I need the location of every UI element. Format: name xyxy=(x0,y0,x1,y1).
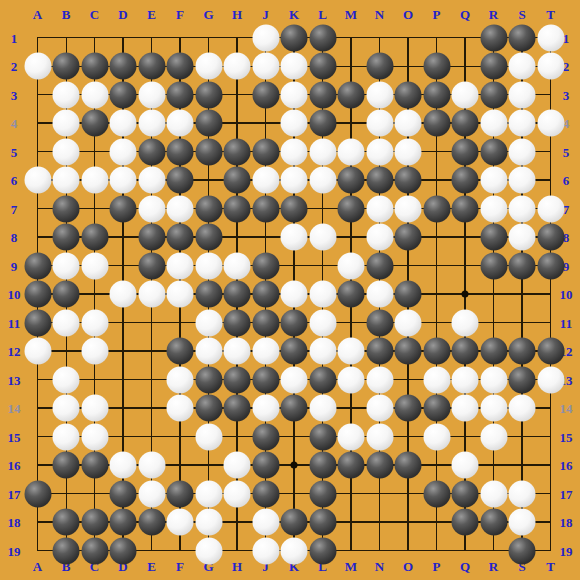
black-stone-R5 xyxy=(480,138,507,165)
white-stone-R15 xyxy=(480,423,507,450)
black-stone-L16 xyxy=(309,452,336,479)
black-stone-J16 xyxy=(252,452,279,479)
col-label-bottom-R: R xyxy=(489,560,498,573)
row-label-left-3: 3 xyxy=(11,88,18,101)
col-label-bottom-M: M xyxy=(345,560,357,573)
white-stone-F18 xyxy=(167,509,194,536)
white-stone-S6 xyxy=(509,167,536,194)
white-stone-H2 xyxy=(224,53,251,80)
white-stone-T2 xyxy=(537,53,564,80)
white-stone-F4 xyxy=(167,110,194,137)
white-stone-A6 xyxy=(24,167,51,194)
black-stone-A11 xyxy=(24,309,51,336)
white-stone-K2 xyxy=(281,53,308,80)
white-stone-O7 xyxy=(395,195,422,222)
white-stone-J18 xyxy=(252,509,279,536)
white-stone-R13 xyxy=(480,366,507,393)
black-stone-B7 xyxy=(53,195,80,222)
black-stone-M6 xyxy=(338,167,365,194)
white-stone-N7 xyxy=(366,195,393,222)
black-stone-B19 xyxy=(53,537,80,564)
white-stone-D4 xyxy=(110,110,137,137)
black-stone-R9 xyxy=(480,252,507,279)
black-stone-L19 xyxy=(309,537,336,564)
white-stone-M5 xyxy=(338,138,365,165)
black-stone-F8 xyxy=(167,224,194,251)
white-stone-N8 xyxy=(366,224,393,251)
row-label-right-17: 17 xyxy=(560,487,573,500)
white-stone-Q16 xyxy=(452,452,479,479)
row-label-right-5: 5 xyxy=(563,145,570,158)
row-label-right-14: 14 xyxy=(560,402,573,415)
black-stone-B18 xyxy=(53,509,80,536)
black-stone-S19 xyxy=(509,537,536,564)
white-stone-D10 xyxy=(110,281,137,308)
col-label-bottom-O: O xyxy=(403,560,413,573)
black-stone-G3 xyxy=(195,81,222,108)
black-stone-H5 xyxy=(224,138,251,165)
white-stone-S14 xyxy=(509,395,536,422)
white-stone-R17 xyxy=(480,480,507,507)
col-label-top-O: O xyxy=(403,8,413,21)
black-stone-H10 xyxy=(224,281,251,308)
white-stone-M15 xyxy=(338,423,365,450)
star-point xyxy=(462,291,469,298)
row-label-right-16: 16 xyxy=(560,459,573,472)
white-stone-D5 xyxy=(110,138,137,165)
white-stone-S3 xyxy=(509,81,536,108)
black-stone-E5 xyxy=(138,138,165,165)
col-label-bottom-P: P xyxy=(433,560,441,573)
white-stone-L8 xyxy=(309,224,336,251)
white-stone-E3 xyxy=(138,81,165,108)
black-stone-J11 xyxy=(252,309,279,336)
col-label-bottom-Q: Q xyxy=(460,560,470,573)
white-stone-B3 xyxy=(53,81,80,108)
col-label-top-M: M xyxy=(345,8,357,21)
black-stone-M7 xyxy=(338,195,365,222)
white-stone-L12 xyxy=(309,338,336,365)
col-label-top-E: E xyxy=(147,8,156,21)
col-label-top-J: J xyxy=(262,8,269,21)
white-stone-F9 xyxy=(167,252,194,279)
white-stone-N4 xyxy=(366,110,393,137)
row-label-right-3: 3 xyxy=(563,88,570,101)
black-stone-B2 xyxy=(53,53,80,80)
black-stone-D19 xyxy=(110,537,137,564)
white-stone-K19 xyxy=(281,537,308,564)
black-stone-T8 xyxy=(537,224,564,251)
black-stone-O3 xyxy=(395,81,422,108)
white-stone-G11 xyxy=(195,309,222,336)
black-stone-N2 xyxy=(366,53,393,80)
col-label-top-T: T xyxy=(546,8,555,21)
black-stone-E8 xyxy=(138,224,165,251)
white-stone-N3 xyxy=(366,81,393,108)
white-stone-L6 xyxy=(309,167,336,194)
black-stone-B8 xyxy=(53,224,80,251)
white-stone-G15 xyxy=(195,423,222,450)
white-stone-A2 xyxy=(24,53,51,80)
black-stone-J7 xyxy=(252,195,279,222)
white-stone-C11 xyxy=(81,309,108,336)
black-stone-K14 xyxy=(281,395,308,422)
row-label-left-6: 6 xyxy=(11,174,18,187)
black-stone-B10 xyxy=(53,281,80,308)
row-label-left-4: 4 xyxy=(11,117,18,130)
white-stone-N5 xyxy=(366,138,393,165)
white-stone-J12 xyxy=(252,338,279,365)
black-stone-L13 xyxy=(309,366,336,393)
white-stone-S4 xyxy=(509,110,536,137)
black-stone-L18 xyxy=(309,509,336,536)
black-stone-O12 xyxy=(395,338,422,365)
black-stone-H7 xyxy=(224,195,251,222)
white-stone-K4 xyxy=(281,110,308,137)
white-stone-S18 xyxy=(509,509,536,536)
col-label-top-P: P xyxy=(433,8,441,21)
white-stone-H9 xyxy=(224,252,251,279)
white-stone-N10 xyxy=(366,281,393,308)
white-stone-T7 xyxy=(537,195,564,222)
black-stone-C16 xyxy=(81,452,108,479)
white-stone-K10 xyxy=(281,281,308,308)
black-stone-H14 xyxy=(224,395,251,422)
white-stone-E10 xyxy=(138,281,165,308)
row-label-left-13: 13 xyxy=(8,373,21,386)
black-stone-O6 xyxy=(395,167,422,194)
black-stone-G8 xyxy=(195,224,222,251)
col-label-top-R: R xyxy=(489,8,498,21)
black-stone-Q12 xyxy=(452,338,479,365)
black-stone-F12 xyxy=(167,338,194,365)
white-stone-R7 xyxy=(480,195,507,222)
black-stone-R12 xyxy=(480,338,507,365)
black-stone-F2 xyxy=(167,53,194,80)
white-stone-A12 xyxy=(24,338,51,365)
black-stone-L1 xyxy=(309,24,336,51)
white-stone-B9 xyxy=(53,252,80,279)
col-label-top-H: H xyxy=(232,8,242,21)
white-stone-S2 xyxy=(509,53,536,80)
black-stone-G5 xyxy=(195,138,222,165)
row-label-right-6: 6 xyxy=(563,174,570,187)
row-label-right-19: 19 xyxy=(560,544,573,557)
white-stone-G18 xyxy=(195,509,222,536)
black-stone-R18 xyxy=(480,509,507,536)
col-label-top-N: N xyxy=(375,8,384,21)
white-stone-T4 xyxy=(537,110,564,137)
white-stone-K3 xyxy=(281,81,308,108)
black-stone-J5 xyxy=(252,138,279,165)
white-stone-J6 xyxy=(252,167,279,194)
black-stone-J3 xyxy=(252,81,279,108)
col-label-bottom-F: F xyxy=(176,560,184,573)
black-stone-T9 xyxy=(537,252,564,279)
white-stone-T1 xyxy=(537,24,564,51)
white-stone-C3 xyxy=(81,81,108,108)
row-label-left-11: 11 xyxy=(8,316,20,329)
black-stone-J10 xyxy=(252,281,279,308)
black-stone-A17 xyxy=(24,480,51,507)
black-stone-N12 xyxy=(366,338,393,365)
white-stone-B11 xyxy=(53,309,80,336)
black-stone-K7 xyxy=(281,195,308,222)
row-label-right-18: 18 xyxy=(560,516,573,529)
black-stone-R3 xyxy=(480,81,507,108)
white-stone-M9 xyxy=(338,252,365,279)
white-stone-B6 xyxy=(53,167,80,194)
white-stone-Q11 xyxy=(452,309,479,336)
white-stone-H16 xyxy=(224,452,251,479)
white-stone-Q14 xyxy=(452,395,479,422)
row-label-left-2: 2 xyxy=(11,60,18,73)
col-label-top-G: G xyxy=(203,8,213,21)
white-stone-R14 xyxy=(480,395,507,422)
white-stone-J14 xyxy=(252,395,279,422)
black-stone-C4 xyxy=(81,110,108,137)
white-stone-G17 xyxy=(195,480,222,507)
black-stone-E9 xyxy=(138,252,165,279)
white-stone-S7 xyxy=(509,195,536,222)
row-label-left-9: 9 xyxy=(11,259,18,272)
white-stone-E6 xyxy=(138,167,165,194)
black-stone-O8 xyxy=(395,224,422,251)
row-label-left-12: 12 xyxy=(8,345,21,358)
white-stone-B4 xyxy=(53,110,80,137)
black-stone-J15 xyxy=(252,423,279,450)
black-stone-M10 xyxy=(338,281,365,308)
black-stone-Q18 xyxy=(452,509,479,536)
black-stone-C2 xyxy=(81,53,108,80)
black-stone-K18 xyxy=(281,509,308,536)
white-stone-D6 xyxy=(110,167,137,194)
white-stone-F13 xyxy=(167,366,194,393)
black-stone-G7 xyxy=(195,195,222,222)
white-stone-R6 xyxy=(480,167,507,194)
white-stone-H17 xyxy=(224,480,251,507)
white-stone-B5 xyxy=(53,138,80,165)
black-stone-D3 xyxy=(110,81,137,108)
col-label-bottom-N: N xyxy=(375,560,384,573)
black-stone-L15 xyxy=(309,423,336,450)
col-label-top-L: L xyxy=(318,8,327,21)
col-label-top-A: A xyxy=(33,8,42,21)
black-stone-S13 xyxy=(509,366,536,393)
white-stone-G12 xyxy=(195,338,222,365)
black-stone-Q4 xyxy=(452,110,479,137)
row-label-left-18: 18 xyxy=(8,516,21,529)
black-stone-F6 xyxy=(167,167,194,194)
black-stone-H6 xyxy=(224,167,251,194)
white-stone-N15 xyxy=(366,423,393,450)
black-stone-P3 xyxy=(423,81,450,108)
white-stone-K8 xyxy=(281,224,308,251)
white-stone-L5 xyxy=(309,138,336,165)
col-label-top-Q: Q xyxy=(460,8,470,21)
white-stone-L10 xyxy=(309,281,336,308)
black-stone-K11 xyxy=(281,309,308,336)
black-stone-D2 xyxy=(110,53,137,80)
white-stone-K5 xyxy=(281,138,308,165)
black-stone-P4 xyxy=(423,110,450,137)
col-label-top-B: B xyxy=(62,8,71,21)
white-stone-S8 xyxy=(509,224,536,251)
black-stone-P12 xyxy=(423,338,450,365)
white-stone-P15 xyxy=(423,423,450,450)
row-label-left-17: 17 xyxy=(8,487,21,500)
black-stone-S12 xyxy=(509,338,536,365)
black-stone-D18 xyxy=(110,509,137,536)
black-stone-C18 xyxy=(81,509,108,536)
black-stone-N11 xyxy=(366,309,393,336)
white-stone-K6 xyxy=(281,167,308,194)
white-stone-J2 xyxy=(252,53,279,80)
row-label-left-19: 19 xyxy=(8,544,21,557)
col-label-bottom-A: A xyxy=(33,560,42,573)
black-stone-L17 xyxy=(309,480,336,507)
white-stone-E4 xyxy=(138,110,165,137)
white-stone-L14 xyxy=(309,395,336,422)
col-label-top-F: F xyxy=(176,8,184,21)
white-stone-F10 xyxy=(167,281,194,308)
black-stone-C8 xyxy=(81,224,108,251)
white-stone-H12 xyxy=(224,338,251,365)
row-label-left-5: 5 xyxy=(11,145,18,158)
white-stone-N14 xyxy=(366,395,393,422)
black-stone-P14 xyxy=(423,395,450,422)
black-stone-F3 xyxy=(167,81,194,108)
white-stone-J1 xyxy=(252,24,279,51)
black-stone-Q5 xyxy=(452,138,479,165)
white-stone-E17 xyxy=(138,480,165,507)
white-stone-F7 xyxy=(167,195,194,222)
black-stone-H11 xyxy=(224,309,251,336)
black-stone-A10 xyxy=(24,281,51,308)
col-label-bottom-H: H xyxy=(232,560,242,573)
white-stone-F14 xyxy=(167,395,194,422)
row-label-left-8: 8 xyxy=(11,231,18,244)
black-stone-P2 xyxy=(423,53,450,80)
white-stone-M12 xyxy=(338,338,365,365)
black-stone-Q6 xyxy=(452,167,479,194)
black-stone-O16 xyxy=(395,452,422,479)
black-stone-L3 xyxy=(309,81,336,108)
white-stone-Q13 xyxy=(452,366,479,393)
row-label-left-1: 1 xyxy=(11,31,18,44)
white-stone-O4 xyxy=(395,110,422,137)
row-label-left-15: 15 xyxy=(8,430,21,443)
white-stone-C6 xyxy=(81,167,108,194)
col-label-bottom-T: T xyxy=(546,560,555,573)
black-stone-M3 xyxy=(338,81,365,108)
white-stone-P13 xyxy=(423,366,450,393)
black-stone-S1 xyxy=(509,24,536,51)
star-point xyxy=(291,462,298,469)
black-stone-E18 xyxy=(138,509,165,536)
white-stone-O11 xyxy=(395,309,422,336)
black-stone-R1 xyxy=(480,24,507,51)
white-stone-T13 xyxy=(537,366,564,393)
black-stone-P7 xyxy=(423,195,450,222)
black-stone-F17 xyxy=(167,480,194,507)
black-stone-E2 xyxy=(138,53,165,80)
col-label-bottom-E: E xyxy=(147,560,156,573)
black-stone-O10 xyxy=(395,281,422,308)
black-stone-J17 xyxy=(252,480,279,507)
row-label-right-10: 10 xyxy=(560,288,573,301)
black-stone-S9 xyxy=(509,252,536,279)
white-stone-C12 xyxy=(81,338,108,365)
white-stone-O5 xyxy=(395,138,422,165)
col-label-top-S: S xyxy=(518,8,525,21)
black-stone-K12 xyxy=(281,338,308,365)
black-stone-N6 xyxy=(366,167,393,194)
black-stone-F5 xyxy=(167,138,194,165)
white-stone-N13 xyxy=(366,366,393,393)
black-stone-L4 xyxy=(309,110,336,137)
black-stone-N16 xyxy=(366,452,393,479)
black-stone-C19 xyxy=(81,537,108,564)
black-stone-D17 xyxy=(110,480,137,507)
white-stone-G2 xyxy=(195,53,222,80)
black-stone-B16 xyxy=(53,452,80,479)
black-stone-T12 xyxy=(537,338,564,365)
black-stone-G14 xyxy=(195,395,222,422)
white-stone-S5 xyxy=(509,138,536,165)
col-label-top-D: D xyxy=(118,8,127,21)
white-stone-E16 xyxy=(138,452,165,479)
white-stone-G19 xyxy=(195,537,222,564)
white-stone-Q3 xyxy=(452,81,479,108)
black-stone-G4 xyxy=(195,110,222,137)
black-stone-R8 xyxy=(480,224,507,251)
black-stone-N9 xyxy=(366,252,393,279)
black-stone-J13 xyxy=(252,366,279,393)
black-stone-Q7 xyxy=(452,195,479,222)
black-stone-O14 xyxy=(395,395,422,422)
row-label-right-15: 15 xyxy=(560,430,573,443)
white-stone-B14 xyxy=(53,395,80,422)
row-label-left-14: 14 xyxy=(8,402,21,415)
black-stone-K1 xyxy=(281,24,308,51)
black-stone-H13 xyxy=(224,366,251,393)
black-stone-J9 xyxy=(252,252,279,279)
row-label-right-11: 11 xyxy=(560,316,572,329)
white-stone-R4 xyxy=(480,110,507,137)
white-stone-C14 xyxy=(81,395,108,422)
row-label-left-16: 16 xyxy=(8,459,21,472)
black-stone-G13 xyxy=(195,366,222,393)
white-stone-D16 xyxy=(110,452,137,479)
black-stone-M16 xyxy=(338,452,365,479)
white-stone-K13 xyxy=(281,366,308,393)
col-label-top-K: K xyxy=(289,8,299,21)
black-stone-G10 xyxy=(195,281,222,308)
black-stone-D7 xyxy=(110,195,137,222)
row-label-left-7: 7 xyxy=(11,202,18,215)
white-stone-B15 xyxy=(53,423,80,450)
white-stone-B13 xyxy=(53,366,80,393)
white-stone-G9 xyxy=(195,252,222,279)
white-stone-M13 xyxy=(338,366,365,393)
white-stone-J19 xyxy=(252,537,279,564)
white-stone-C15 xyxy=(81,423,108,450)
go-board[interactable]: AABBCCDDEEFFGGHHJJKKLLMMNNOOPPQQRRSSTT11… xyxy=(0,0,580,580)
white-stone-S17 xyxy=(509,480,536,507)
white-stone-E7 xyxy=(138,195,165,222)
col-label-top-C: C xyxy=(90,8,99,21)
